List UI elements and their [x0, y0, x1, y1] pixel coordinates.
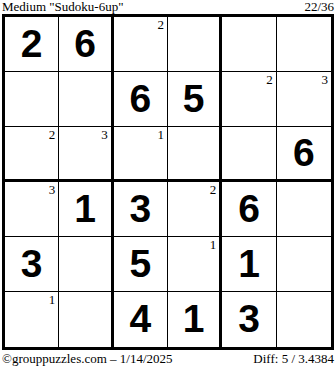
cell-r1c3[interactable]: 2 [114, 17, 168, 72]
cell-r3c2[interactable]: 3 [59, 127, 113, 182]
pencil-mark: 1 [210, 237, 217, 252]
puzzle-counter: 22/36 [304, 0, 334, 13]
cell-r4c1[interactable]: 3 [5, 182, 59, 237]
cell-r1c1[interactable]: 2 [5, 17, 59, 72]
cell-r5c5[interactable]: 1 [222, 237, 276, 292]
cell-r2c3[interactable]: 6 [114, 72, 168, 127]
cell-r2c1[interactable] [5, 72, 59, 127]
cell-r5c2[interactable] [59, 237, 113, 292]
cell-r6c6[interactable] [277, 292, 331, 347]
cell-r6c4[interactable]: 1 [168, 292, 222, 347]
cell-value: 3 [21, 244, 43, 283]
pencil-mark: 1 [157, 127, 164, 142]
cell-value: 5 [183, 79, 205, 118]
cell-r4c3[interactable]: 3 [114, 182, 168, 237]
cell-r6c1[interactable]: 1 [5, 292, 59, 347]
cell-r4c6[interactable] [277, 182, 331, 237]
cell-r1c6[interactable] [277, 17, 331, 72]
page-footer: ©grouppuzzles.com – 1/14/2025 Diff: 5 / … [2, 352, 334, 366]
difficulty-text: Diff: 5 / 3.4384 [253, 352, 334, 366]
pencil-mark: 3 [321, 72, 328, 87]
cell-r1c2[interactable]: 6 [59, 17, 113, 72]
cell-value: 3 [238, 299, 260, 338]
pencil-mark: 2 [157, 17, 164, 32]
cell-r5c6[interactable] [277, 237, 331, 292]
pencil-mark: 2 [210, 182, 217, 197]
cell-r3c3[interactable]: 1 [114, 127, 168, 182]
cell-value: 1 [74, 189, 96, 228]
cell-value: 2 [21, 24, 43, 63]
pencil-mark: 2 [49, 127, 56, 142]
cell-value: 5 [129, 244, 151, 283]
cell-value: 3 [129, 189, 151, 228]
cell-r6c3[interactable]: 4 [114, 292, 168, 347]
pencil-mark: 1 [49, 292, 56, 307]
copyright-text: ©grouppuzzles.com – 1/14/2025 [2, 352, 173, 366]
pencil-mark: 3 [101, 127, 108, 142]
cell-r4c5[interactable]: 6 [222, 182, 276, 237]
pencil-mark: 3 [49, 182, 56, 197]
cell-r1c4[interactable] [168, 17, 222, 72]
cell-r4c2[interactable]: 1 [59, 182, 113, 237]
cell-value: 4 [129, 299, 151, 338]
sudoku-board: 2 6 2 6 5 2 3 2 3 1 6 3 1 3 2 6 3 5 1 1 … [2, 14, 334, 350]
cell-r2c5[interactable]: 2 [222, 72, 276, 127]
cell-r2c6[interactable]: 3 [277, 72, 331, 127]
cell-r5c1[interactable]: 3 [5, 237, 59, 292]
cell-r3c1[interactable]: 2 [5, 127, 59, 182]
cell-r3c4[interactable] [168, 127, 222, 182]
cell-value: 6 [74, 24, 96, 63]
cell-r2c2[interactable] [59, 72, 113, 127]
cell-r5c4[interactable]: 1 [168, 237, 222, 292]
cell-r3c5[interactable] [222, 127, 276, 182]
cell-value: 1 [183, 299, 205, 338]
puzzle-page: Medium "Sudoku-6up" 22/36 2 6 2 6 5 2 3 … [0, 0, 336, 370]
cell-value: 6 [238, 189, 260, 228]
page-header: Medium "Sudoku-6up" 22/36 [2, 0, 334, 14]
cell-r6c2[interactable] [59, 292, 113, 347]
puzzle-title: Medium "Sudoku-6up" [2, 0, 123, 13]
cell-r2c4[interactable]: 5 [168, 72, 222, 127]
cell-value: 1 [238, 244, 260, 283]
cell-r3c6[interactable]: 6 [277, 127, 331, 182]
cell-r4c4[interactable]: 2 [168, 182, 222, 237]
cell-r5c3[interactable]: 5 [114, 237, 168, 292]
cell-r1c5[interactable] [222, 17, 276, 72]
pencil-mark: 2 [266, 72, 273, 87]
cell-value: 6 [293, 133, 315, 172]
cell-value: 6 [129, 79, 151, 118]
cell-r6c5[interactable]: 3 [222, 292, 276, 347]
